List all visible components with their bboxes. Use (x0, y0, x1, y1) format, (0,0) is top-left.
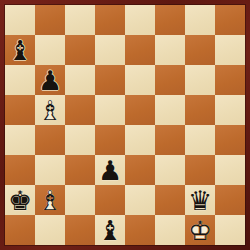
square-e3[interactable] (125, 155, 155, 185)
square-a8[interactable] (5, 5, 35, 35)
square-e2[interactable] (125, 185, 155, 215)
square-d4[interactable] (95, 125, 125, 155)
square-g6[interactable] (185, 65, 215, 95)
square-g8[interactable] (185, 5, 215, 35)
square-b4[interactable] (35, 125, 65, 155)
square-h1[interactable] (215, 215, 245, 245)
square-c1[interactable] (65, 215, 95, 245)
square-e4[interactable] (125, 125, 155, 155)
square-c5[interactable] (65, 95, 95, 125)
square-b1[interactable] (35, 215, 65, 245)
square-h2[interactable] (215, 185, 245, 215)
square-c3[interactable] (65, 155, 95, 185)
piece-white-bishop: ♝♗ (35, 95, 65, 125)
piece-white-king: ♚♔ (185, 215, 215, 245)
square-c7[interactable] (65, 35, 95, 65)
square-h3[interactable] (215, 155, 245, 185)
square-g7[interactable] (185, 35, 215, 65)
square-c2[interactable] (65, 185, 95, 215)
square-f2[interactable] (155, 185, 185, 215)
square-e6[interactable] (125, 65, 155, 95)
board-frame: ♝♟♝♗♟♚♝♗♛♝♚♔ (0, 0, 250, 250)
square-g2[interactable]: ♛ (185, 185, 215, 215)
square-a5[interactable] (5, 95, 35, 125)
square-g4[interactable] (185, 125, 215, 155)
square-b2[interactable]: ♝♗ (35, 185, 65, 215)
square-h8[interactable] (215, 5, 245, 35)
square-f6[interactable] (155, 65, 185, 95)
square-f1[interactable] (155, 215, 185, 245)
square-a6[interactable] (5, 65, 35, 95)
square-a7[interactable]: ♝ (5, 35, 35, 65)
square-h5[interactable] (215, 95, 245, 125)
square-h4[interactable] (215, 125, 245, 155)
square-a1[interactable] (5, 215, 35, 245)
square-d8[interactable] (95, 5, 125, 35)
square-d6[interactable] (95, 65, 125, 95)
square-f7[interactable] (155, 35, 185, 65)
square-c8[interactable] (65, 5, 95, 35)
square-b8[interactable] (35, 5, 65, 35)
piece-white-bishop: ♝♗ (35, 185, 65, 215)
square-f4[interactable] (155, 125, 185, 155)
square-a3[interactable] (5, 155, 35, 185)
square-g3[interactable] (185, 155, 215, 185)
square-h7[interactable] (215, 35, 245, 65)
piece-black-pawn: ♟ (35, 65, 65, 95)
square-b7[interactable] (35, 35, 65, 65)
square-f3[interactable] (155, 155, 185, 185)
square-c6[interactable] (65, 65, 95, 95)
piece-black-queen: ♛ (185, 185, 215, 215)
square-e7[interactable] (125, 35, 155, 65)
square-g1[interactable]: ♚♔ (185, 215, 215, 245)
piece-black-king: ♚ (5, 185, 35, 215)
square-g5[interactable] (185, 95, 215, 125)
square-b6[interactable]: ♟ (35, 65, 65, 95)
square-b5[interactable]: ♝♗ (35, 95, 65, 125)
square-a4[interactable] (5, 125, 35, 155)
square-d5[interactable] (95, 95, 125, 125)
square-a2[interactable]: ♚ (5, 185, 35, 215)
square-e8[interactable] (125, 5, 155, 35)
square-f5[interactable] (155, 95, 185, 125)
chess-board: ♝♟♝♗♟♚♝♗♛♝♚♔ (5, 5, 245, 245)
square-d1[interactable]: ♝ (95, 215, 125, 245)
square-e1[interactable] (125, 215, 155, 245)
piece-black-bishop: ♝ (5, 35, 35, 65)
piece-black-bishop: ♝ (95, 215, 125, 245)
square-b3[interactable] (35, 155, 65, 185)
square-f8[interactable] (155, 5, 185, 35)
square-h6[interactable] (215, 65, 245, 95)
square-c4[interactable] (65, 125, 95, 155)
piece-black-pawn: ♟ (95, 155, 125, 185)
square-d3[interactable]: ♟ (95, 155, 125, 185)
square-d2[interactable] (95, 185, 125, 215)
square-e5[interactable] (125, 95, 155, 125)
square-d7[interactable] (95, 35, 125, 65)
